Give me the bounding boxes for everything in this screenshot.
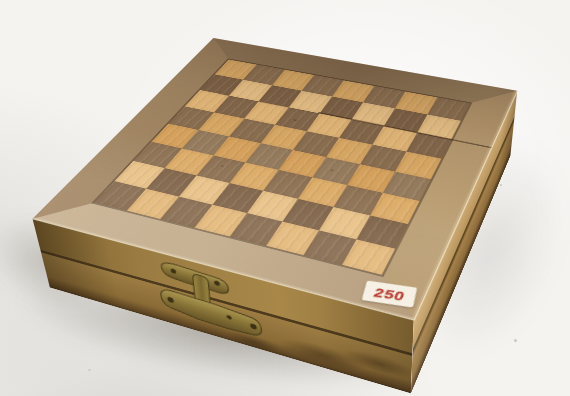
- board-square-light: [347, 164, 395, 193]
- board-square-light: [279, 150, 327, 177]
- board-square-dark: [357, 215, 408, 248]
- board-square-dark: [230, 213, 283, 246]
- board-square-dark: [312, 157, 360, 185]
- board-square-light: [229, 163, 278, 191]
- board-square-dark: [334, 185, 383, 215]
- board-square-dark: [283, 199, 334, 231]
- board-square-light: [114, 161, 164, 189]
- lot-number-label: 250: [362, 281, 418, 308]
- board-square-dark: [94, 181, 146, 211]
- board-square-light: [247, 191, 298, 222]
- board-square-light: [395, 152, 441, 180]
- board-square-light: [342, 239, 395, 274]
- board-square-light: [298, 177, 347, 207]
- board-square-light: [266, 222, 319, 256]
- board-square-dark: [197, 155, 246, 183]
- board-square-light: [319, 207, 370, 239]
- chess-box: 250: [33, 38, 518, 320]
- board-square-dark: [383, 172, 431, 201]
- background-speck: [500, 184, 502, 186]
- lot-number-text: 250: [372, 285, 407, 303]
- wood-blemish: [221, 165, 225, 167]
- board-square-dark: [263, 170, 312, 199]
- board-square-light: [195, 205, 247, 237]
- board-square-dark: [213, 183, 264, 213]
- board-square-dark: [360, 145, 406, 172]
- board-square-dark: [304, 230, 357, 265]
- background-speck: [514, 339, 517, 342]
- board-square-light: [179, 175, 230, 204]
- board-square-dark: [160, 197, 212, 228]
- board-square-light: [370, 193, 420, 224]
- wood-blemish: [330, 169, 334, 171]
- photo-background: 250: [0, 0, 570, 396]
- background-speck: [88, 369, 91, 371]
- scene: 250: [100, 0, 486, 343]
- board-square-light: [127, 189, 179, 219]
- board-square-dark: [146, 168, 196, 197]
